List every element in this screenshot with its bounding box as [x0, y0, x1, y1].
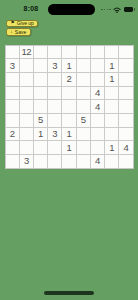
- wifi-icon: [113, 7, 121, 13]
- grid-cell[interactable]: [77, 59, 90, 72]
- grid-cell[interactable]: [48, 100, 61, 113]
- grid-cell[interactable]: [48, 141, 61, 154]
- grid-cell[interactable]: [119, 155, 132, 168]
- grid-cell[interactable]: [6, 114, 19, 127]
- grid-cell[interactable]: [77, 73, 90, 86]
- grid-cell[interactable]: 1: [105, 59, 118, 72]
- status-bar: 8:08: [0, 0, 138, 18]
- grid-cell[interactable]: 1: [62, 128, 75, 141]
- grid-cell[interactable]: [34, 100, 47, 113]
- grid-cell[interactable]: [34, 59, 47, 72]
- grid-cell[interactable]: [48, 46, 61, 59]
- status-time: 8:08: [19, 5, 43, 12]
- grid-cell[interactable]: [77, 155, 90, 168]
- status-icons: [101, 6, 133, 14]
- grid-cell[interactable]: [77, 141, 90, 154]
- home-indicator[interactable]: [44, 291, 94, 294]
- grid-cell[interactable]: 4: [119, 141, 132, 154]
- save-label: Save: [15, 30, 26, 35]
- toolbar: ⚑ Give up ↓ Save: [6, 20, 38, 36]
- grid-cell[interactable]: [62, 114, 75, 127]
- grid-cell[interactable]: 2: [6, 128, 19, 141]
- grid-cell[interactable]: [34, 46, 47, 59]
- grid-cell[interactable]: [20, 141, 33, 154]
- save-icon: ↓: [11, 30, 13, 35]
- grid-cell[interactable]: [34, 87, 47, 100]
- grid-cell[interactable]: [119, 46, 132, 59]
- grid-cell[interactable]: [6, 100, 19, 113]
- app-screen: 8:08 ⚑ Give up ↓ Save 123311214455213111…: [0, 0, 138, 300]
- grid-cell[interactable]: [20, 114, 33, 127]
- grid-cell[interactable]: 1: [62, 141, 75, 154]
- grid-cell[interactable]: [20, 87, 33, 100]
- grid-cell[interactable]: [48, 155, 61, 168]
- grid-cell[interactable]: 3: [20, 155, 33, 168]
- cellular-icon: [101, 9, 110, 10]
- grid-cell[interactable]: [119, 87, 132, 100]
- grid-cell[interactable]: [119, 128, 132, 141]
- give-up-label: Give up: [17, 21, 34, 26]
- grid-cell[interactable]: 1: [105, 73, 118, 86]
- flag-icon: ⚑: [11, 21, 15, 26]
- grid-cell[interactable]: [91, 141, 104, 154]
- grid-cell[interactable]: [105, 114, 118, 127]
- grid-cell[interactable]: [77, 128, 90, 141]
- grid-cell[interactable]: 2: [62, 73, 75, 86]
- grid-cell[interactable]: [6, 87, 19, 100]
- grid-cell[interactable]: [91, 73, 104, 86]
- grid-cell[interactable]: [119, 114, 132, 127]
- grid-cell[interactable]: [20, 73, 33, 86]
- grid-cell[interactable]: 3: [6, 59, 19, 72]
- grid-cell[interactable]: [62, 100, 75, 113]
- grid-cell[interactable]: [119, 73, 132, 86]
- grid-cell[interactable]: [91, 128, 104, 141]
- grid-cell[interactable]: [77, 87, 90, 100]
- grid-cell[interactable]: 1: [105, 141, 118, 154]
- grid-cell[interactable]: [105, 100, 118, 113]
- grid-cell[interactable]: [105, 155, 118, 168]
- grid-cell[interactable]: [6, 155, 19, 168]
- grid-cell[interactable]: [91, 114, 104, 127]
- grid-cell[interactable]: [105, 128, 118, 141]
- grid-cell[interactable]: [48, 87, 61, 100]
- grid-cell[interactable]: [20, 100, 33, 113]
- grid-cell[interactable]: [119, 100, 132, 113]
- grid-cell[interactable]: [77, 46, 90, 59]
- grid-cell[interactable]: [34, 141, 47, 154]
- grid-cell[interactable]: 1: [34, 128, 47, 141]
- grid-cell[interactable]: [6, 141, 19, 154]
- grid-cell[interactable]: [62, 46, 75, 59]
- grid-cell[interactable]: [34, 73, 47, 86]
- grid-cell[interactable]: [119, 59, 132, 72]
- grid-cell[interactable]: [48, 114, 61, 127]
- grid-cell[interactable]: [62, 155, 75, 168]
- grid-cell[interactable]: [20, 59, 33, 72]
- grid-cell[interactable]: [6, 46, 19, 59]
- grid-cell[interactable]: 1: [62, 59, 75, 72]
- grid-cell[interactable]: 4: [91, 87, 104, 100]
- grid-cell[interactable]: [77, 100, 90, 113]
- give-up-button[interactable]: ⚑ Give up: [6, 20, 38, 27]
- grid-cell[interactable]: [105, 87, 118, 100]
- puzzle-board: 123311214455213111434: [5, 45, 134, 169]
- grid-cell[interactable]: 3: [48, 128, 61, 141]
- grid-cell[interactable]: [34, 155, 47, 168]
- grid-cell[interactable]: 4: [91, 155, 104, 168]
- grid-cell[interactable]: 3: [48, 59, 61, 72]
- grid-cell[interactable]: 4: [91, 100, 104, 113]
- grid-cell[interactable]: [62, 87, 75, 100]
- dynamic-island: [48, 4, 95, 16]
- grid-cell[interactable]: [20, 128, 33, 141]
- grid-cell[interactable]: [48, 73, 61, 86]
- grid-cell[interactable]: [91, 59, 104, 72]
- grid-cell[interactable]: [91, 46, 104, 59]
- grid-cell[interactable]: 5: [77, 114, 90, 127]
- battery-icon: [124, 7, 134, 12]
- grid-cell[interactable]: 5: [34, 114, 47, 127]
- grid-cell[interactable]: [6, 73, 19, 86]
- grid-cell[interactable]: 12: [20, 46, 33, 59]
- save-button[interactable]: ↓ Save: [6, 28, 31, 35]
- grid-cell[interactable]: [105, 46, 118, 59]
